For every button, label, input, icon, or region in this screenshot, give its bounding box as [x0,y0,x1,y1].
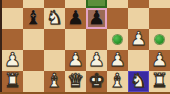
square-e3[interactable] [86,29,107,50]
white-pawn-piece[interactable]: ♟ [2,50,23,70]
white-pawn-piece[interactable]: ♟ [128,29,149,49]
square-g2[interactable] [128,50,149,71]
black-pawn-piece[interactable]: ♟ [65,8,86,28]
square-d5[interactable] [65,0,86,8]
square-a1[interactable]: ♜ [2,71,23,92]
white-pawn-piece[interactable]: ♟ [149,50,170,70]
white-knight-piece[interactable]: ♞ [44,8,65,28]
chess-board: ♝♞♟♟♟♟♟♟♟♟♜♝♛♚♝♞♜ [2,0,170,92]
white-rook-piece[interactable]: ♜ [149,71,170,91]
square-a4[interactable] [2,8,23,29]
square-d4[interactable]: ♟ [65,8,86,29]
square-d1[interactable]: ♛ [65,71,86,92]
white-knight-piece[interactable]: ♞ [128,71,149,91]
square-c3[interactable] [44,29,65,50]
square-c2[interactable] [44,50,65,71]
square-h1[interactable]: ♜ [149,71,170,92]
square-d2[interactable]: ♟ [65,50,86,71]
square-c1[interactable]: ♝ [44,71,65,92]
black-pawn-piece[interactable]: ♟ [88,9,105,26]
square-e2[interactable]: ♟ [86,50,107,71]
square-h2[interactable]: ♟ [149,50,170,71]
square-f5[interactable] [107,0,128,8]
square-b4[interactable]: ♝ [23,8,44,29]
white-pawn-piece[interactable]: ♟ [107,50,128,70]
white-bishop-piece[interactable]: ♝ [44,71,65,91]
square-a3[interactable] [2,29,23,50]
square-g3[interactable]: ♟ [128,29,149,50]
white-pawn-piece[interactable]: ♟ [65,50,86,70]
square-g1[interactable]: ♞ [128,71,149,92]
square-b3[interactable] [23,29,44,50]
square-f3[interactable] [107,29,128,50]
square-e5[interactable] [86,0,107,8]
chess-app-window: ♝♞♟♟♟♟♟♟♟♟♜♝♛♚♝♞♜ [0,0,170,94]
square-b1[interactable] [23,71,44,92]
white-bishop-piece[interactable]: ♝ [107,71,128,91]
white-rook-piece[interactable]: ♜ [2,71,23,91]
square-a5[interactable] [2,0,23,8]
square-b2[interactable] [23,50,44,71]
square-g4[interactable] [128,8,149,29]
square-e4[interactable]: ♟ [86,8,107,29]
white-king-piece[interactable]: ♚ [86,71,107,91]
white-pawn-piece[interactable]: ♟ [86,50,107,70]
square-h5[interactable] [149,0,170,8]
legal-move-dot[interactable] [113,35,122,44]
square-g5[interactable] [128,0,149,8]
square-c4[interactable]: ♞ [44,8,65,29]
square-h3[interactable] [149,29,170,50]
square-f4[interactable] [107,8,128,29]
legal-move-dot[interactable] [155,35,164,44]
black-bishop-piece[interactable]: ♝ [23,8,44,28]
square-f2[interactable]: ♟ [107,50,128,71]
square-d3[interactable] [65,29,86,50]
square-c5[interactable] [44,0,65,8]
white-queen-piece[interactable]: ♛ [65,71,86,91]
square-e1[interactable]: ♚ [86,71,107,92]
square-h4[interactable] [149,8,170,29]
square-f1[interactable]: ♝ [107,71,128,92]
square-a2[interactable]: ♟ [2,50,23,71]
board-bottom-border [0,92,170,94]
square-b5[interactable] [23,0,44,8]
